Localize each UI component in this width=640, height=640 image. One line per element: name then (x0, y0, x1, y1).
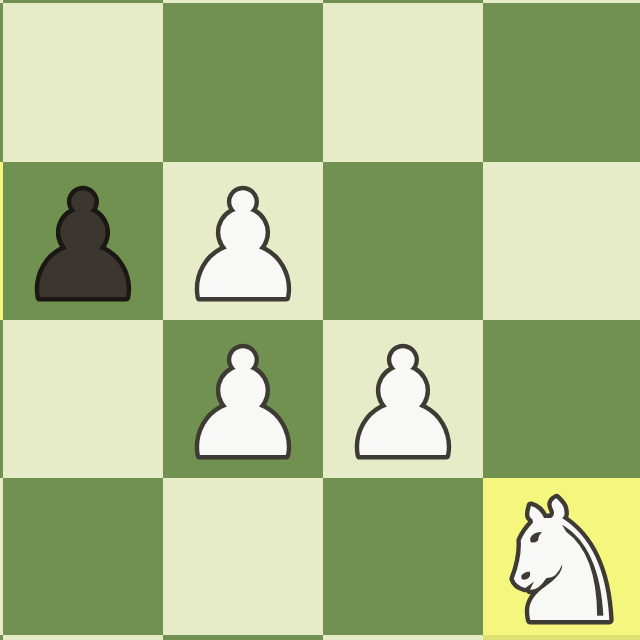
square-r2c3[interactable] (323, 162, 483, 320)
white-pawn[interactable]: ♟ (163, 325, 323, 483)
square-r5c1[interactable] (3, 635, 163, 640)
svg-text:♟: ♟ (337, 325, 468, 483)
square-r5c2[interactable] (163, 635, 323, 640)
square-r1c4[interactable] (483, 3, 640, 162)
square-r1c2[interactable] (163, 3, 323, 162)
square-r5c3[interactable] (323, 635, 483, 640)
square-r1c3[interactable] (323, 3, 483, 162)
square-r3c3[interactable]: ♟ (323, 320, 483, 478)
square-r1c1[interactable] (3, 3, 163, 162)
square-r3c4[interactable] (483, 320, 640, 478)
white-pawn[interactable]: ♟ (163, 167, 323, 325)
black-pawn[interactable]: ♟ (3, 167, 163, 325)
white-pawn-icon: ♟ (163, 167, 323, 325)
square-r2c1[interactable]: ♟ (3, 162, 163, 320)
svg-text:♟: ♟ (177, 167, 308, 325)
square-r3c2[interactable]: ♟ (163, 320, 323, 478)
chess-board: ♟♟♟♟♞ (0, 0, 640, 640)
white-pawn[interactable]: ♟ (323, 325, 483, 483)
svg-text:♟: ♟ (177, 325, 308, 483)
square-r4c1[interactable] (3, 478, 163, 635)
black-pawn-icon: ♟ (3, 167, 163, 325)
square-r3c1[interactable] (3, 320, 163, 478)
square-r2c4[interactable] (483, 162, 640, 320)
white-pawn-icon: ♟ (163, 325, 323, 483)
square-r4c3[interactable] (323, 478, 483, 635)
square-r5c4[interactable] (483, 635, 640, 640)
white-knight[interactable]: ♞ (483, 483, 640, 640)
square-r4c2[interactable] (163, 478, 323, 635)
square-r2c2[interactable]: ♟ (163, 162, 323, 320)
white-pawn-icon: ♟ (323, 325, 483, 483)
square-r4c4[interactable]: ♞ (483, 478, 640, 635)
white-knight-icon: ♞ (483, 483, 640, 640)
svg-text:♞: ♞ (487, 483, 637, 640)
svg-text:♟: ♟ (17, 167, 148, 325)
